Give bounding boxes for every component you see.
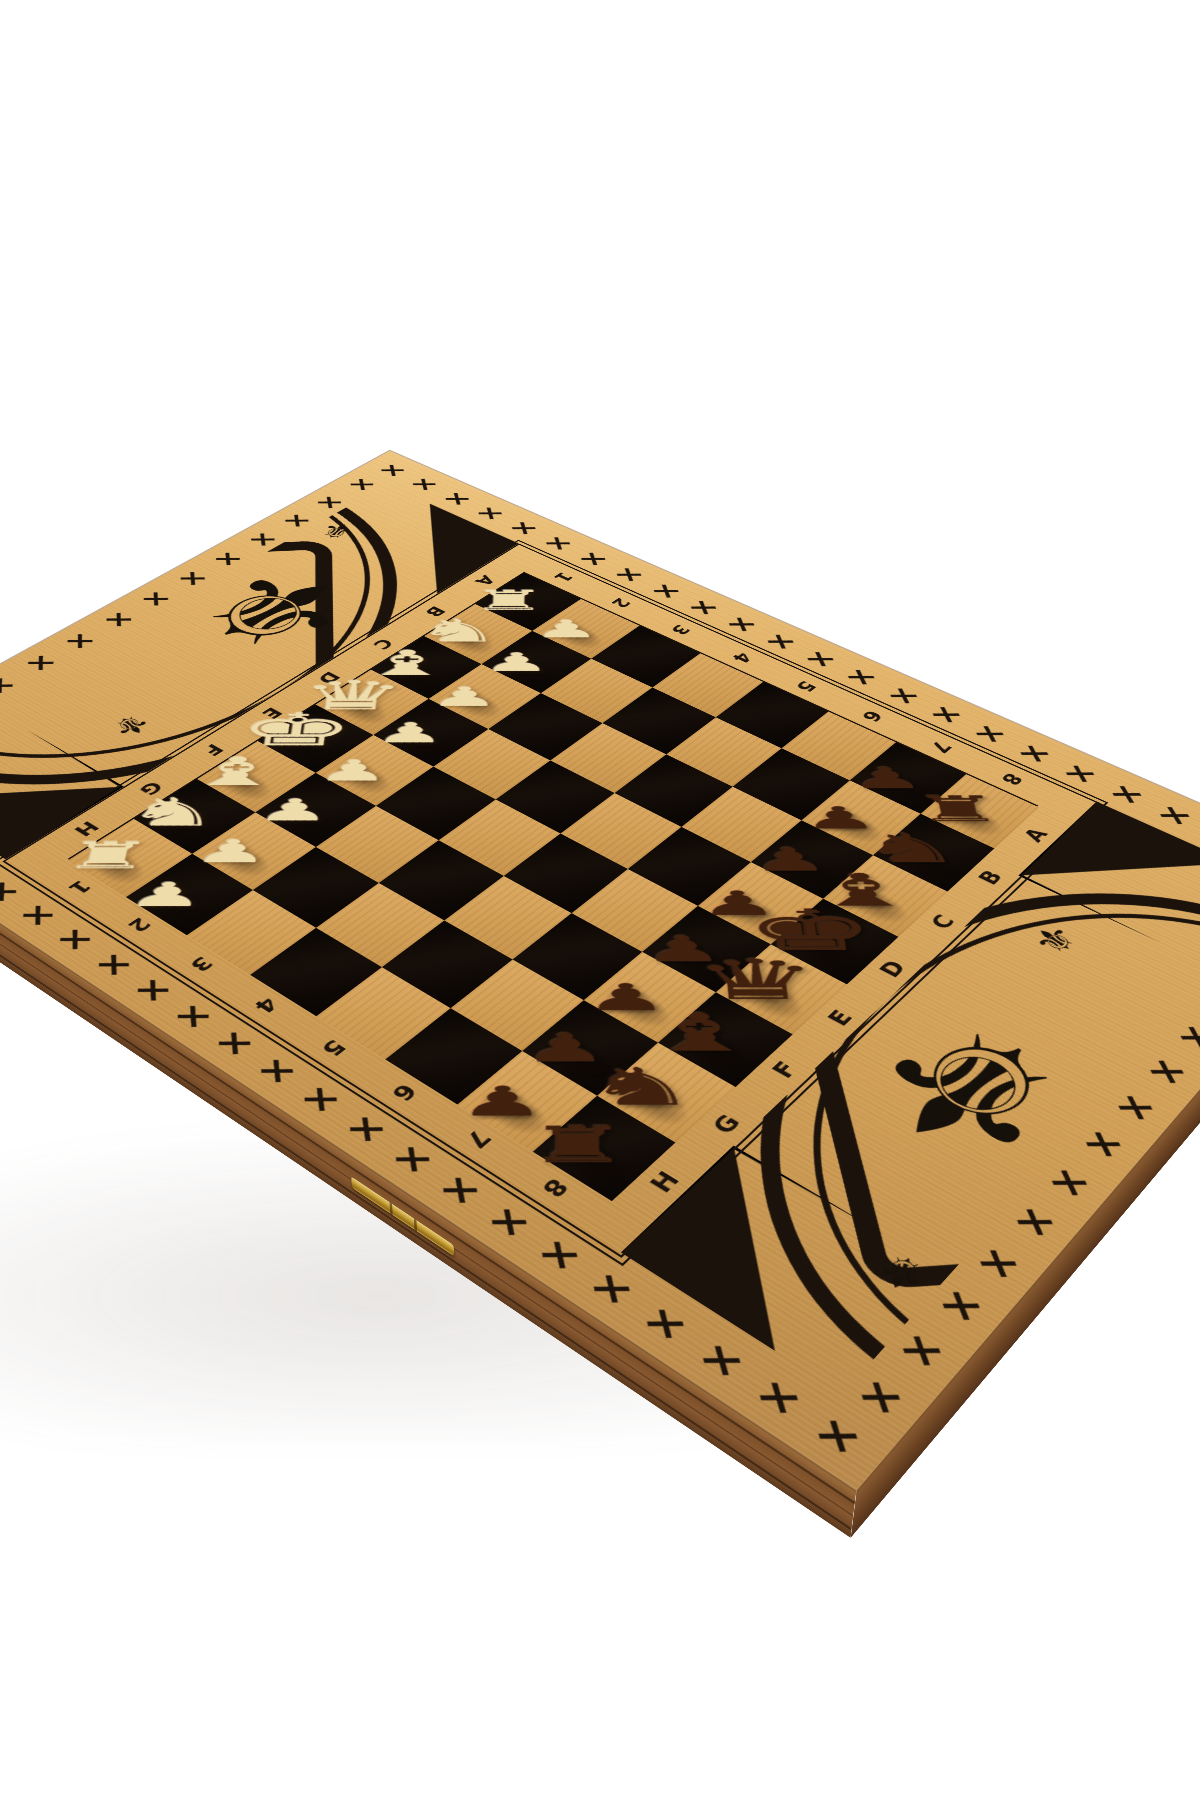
piece-white-P-C2[interactable]: ♟ <box>428 684 499 710</box>
piece-black-P-H7[interactable]: ♟ <box>457 1081 545 1122</box>
square-G8[interactable]: ♞ <box>597 1043 735 1143</box>
piece-white-P-A2[interactable]: ♟ <box>533 617 600 641</box>
piece-shadow <box>543 1126 639 1193</box>
piece-white-P-F2[interactable]: ♟ <box>254 795 333 825</box>
fleur-de-lis-icon: ⚜ <box>868 1244 936 1302</box>
square-D6[interactable] <box>628 827 751 906</box>
piece-black-B-F8[interactable]: ♝ <box>642 1007 760 1059</box>
piece-shadow <box>532 1028 623 1089</box>
piece-white-P-B2[interactable]: ♟ <box>482 650 551 675</box>
square-F8[interactable]: ♝ <box>658 992 793 1087</box>
piece-white-N-G1[interactable]: ♞ <box>121 793 225 832</box>
piece-black-K-D8[interactable]: ♚ <box>742 903 880 960</box>
piece-shadow <box>607 1071 701 1135</box>
piece-black-R-H8[interactable]: ♜ <box>526 1120 631 1170</box>
square-E7[interactable]: ♟ <box>642 906 771 992</box>
piece-white-K-E1[interactable]: ♚ <box>233 708 357 753</box>
piece-white-R-A1[interactable]: ♜ <box>470 587 547 614</box>
square-G7[interactable]: ♟ <box>522 1000 658 1096</box>
piece-black-N-G8[interactable]: ♞ <box>585 1061 698 1113</box>
square-C8[interactable]: ♝ <box>823 855 947 937</box>
folding-chess-box: ×××××××××××××××××××××××× ×××××××××××××××… <box>0 451 1200 1491</box>
piece-white-P-E2[interactable]: ♟ <box>315 756 391 785</box>
piece-black-R-A8[interactable]: ♜ <box>911 792 1006 827</box>
square-H8[interactable]: ♜ <box>533 1096 676 1201</box>
piece-shadow <box>707 886 793 939</box>
piece-black-P-F7[interactable]: ♟ <box>584 979 668 1016</box>
piece-shadow <box>780 923 868 978</box>
photo-scene: ×××××××××××××××××××××××× ×××××××××××××××… <box>0 0 1200 1799</box>
square-H7[interactable]: ♟ <box>457 1051 597 1152</box>
piece-black-P-G7[interactable]: ♟ <box>523 1029 608 1068</box>
piece-shadow <box>467 1080 560 1144</box>
piece-white-P-D2[interactable]: ♟ <box>373 719 447 747</box>
piece-shadow <box>651 931 738 986</box>
piece-white-N-B1[interactable]: ♞ <box>414 615 502 646</box>
piece-white-B-F1[interactable]: ♝ <box>182 752 288 791</box>
square-D8[interactable]: ♚ <box>771 899 899 985</box>
